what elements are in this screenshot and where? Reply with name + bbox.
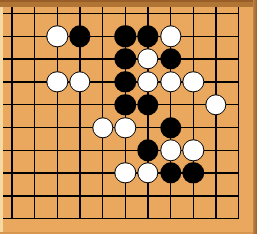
stone-white (115, 117, 136, 138)
stone-black (160, 162, 181, 183)
stone-black (137, 140, 158, 161)
stone-white (69, 71, 90, 92)
stone-white (137, 71, 158, 92)
stone-black (137, 26, 158, 47)
go-board[interactable] (0, 0, 257, 234)
board-frame-right (253, 0, 257, 234)
stone-white (115, 162, 136, 183)
stone-white (183, 140, 204, 161)
stone-white (160, 71, 181, 92)
stone-black (115, 26, 136, 47)
stone-black (115, 48, 136, 69)
board-frame-left (0, 7, 3, 234)
stone-white (160, 140, 181, 161)
stone-black (137, 94, 158, 115)
grid-vline (238, 7, 239, 219)
grid-hline (3, 195, 239, 196)
stone-black (69, 26, 90, 47)
grid-vline (193, 7, 194, 219)
stone-white (183, 71, 204, 92)
stone-white (47, 71, 68, 92)
stone-white (205, 94, 226, 115)
grid-hline (3, 150, 239, 151)
grid-vline (11, 7, 12, 219)
stone-white (47, 26, 68, 47)
grid-hline (3, 218, 239, 219)
stone-white (137, 48, 158, 69)
stone-white (137, 162, 158, 183)
board-frame-bottom (0, 232, 253, 234)
grid-hline (3, 13, 239, 14)
stone-black (160, 117, 181, 138)
stone-white (92, 117, 113, 138)
grid-vline (34, 7, 35, 219)
grid-vline (102, 7, 103, 219)
stone-black (160, 48, 181, 69)
board-frame-top (0, 0, 257, 7)
stone-black (183, 162, 204, 183)
stone-black (115, 71, 136, 92)
stone-white (160, 26, 181, 47)
stone-black (115, 94, 136, 115)
